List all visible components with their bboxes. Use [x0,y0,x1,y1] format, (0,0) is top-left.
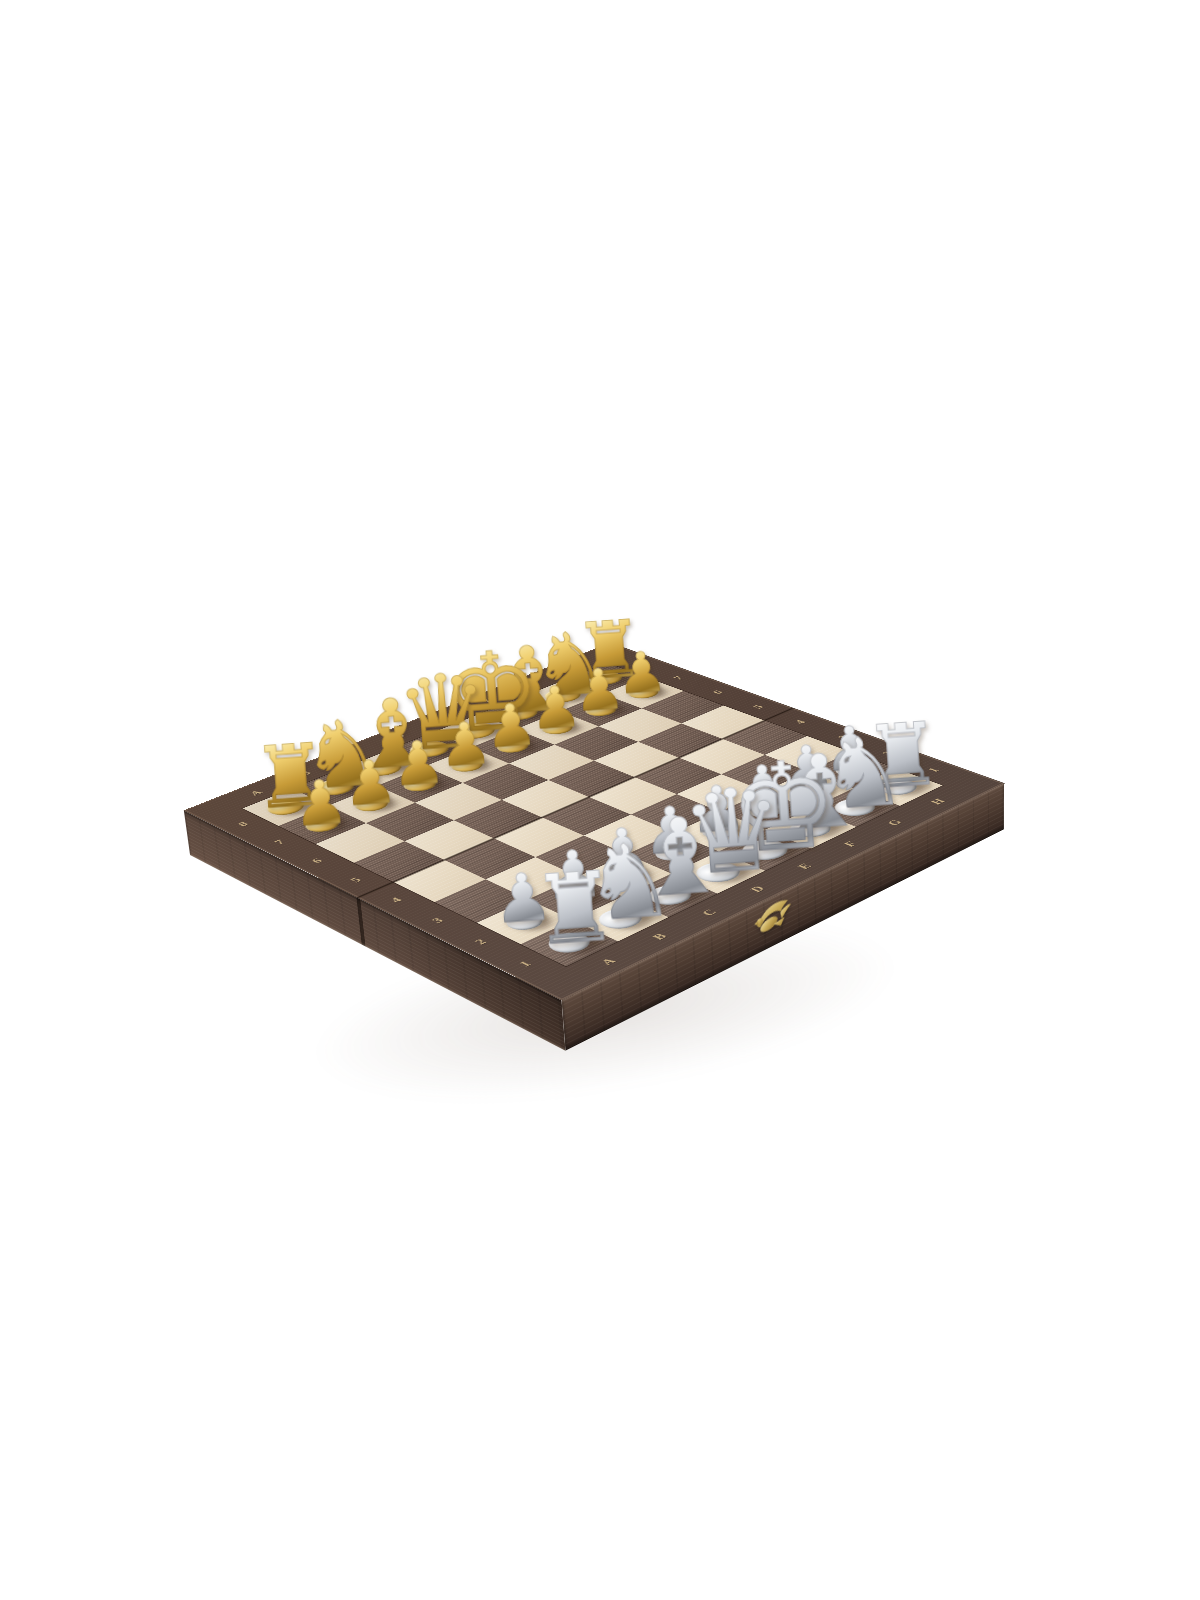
chess-board-wrap: AABBCCDDEEFFGGHH8877665544332211 ♜♞♝♛♚♝♞… [278,486,899,1107]
perspective-container: AABBCCDDEEFFGGHH8877665544332211 ♜♞♝♛♚♝♞… [278,486,899,1107]
product-photo-stage: AABBCCDDEEFFGGHH8877665544332211 ♜♞♝♛♚♝♞… [0,0,1200,1600]
chess-board: AABBCCDDEEFFGGHH8877665544332211 ♜♞♝♛♚♝♞… [184,643,1004,1000]
